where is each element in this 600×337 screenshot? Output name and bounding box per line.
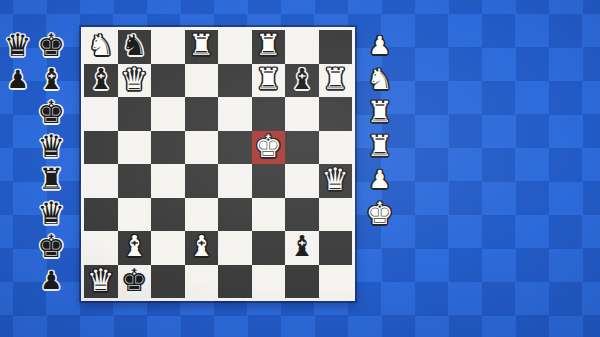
piece-white-bishop[interactable]: ♝ (188, 232, 214, 261)
captured-piece-black-queen: ♛ (4, 30, 32, 61)
square-g1[interactable] (285, 265, 319, 299)
square-e7[interactable] (218, 64, 252, 98)
square-c6[interactable] (151, 97, 185, 131)
square-g5[interactable] (285, 131, 319, 165)
square-a5[interactable] (84, 131, 118, 165)
piece-black-bishop[interactable]: ♝ (289, 65, 315, 94)
piece-white-queen[interactable]: ♛ (87, 265, 115, 296)
captured-piece-white-rook: ♜ (367, 98, 393, 127)
captured-piece-white-knight: ♞ (367, 65, 393, 94)
square-g4[interactable] (285, 164, 319, 198)
piece-black-bishop[interactable]: ♝ (88, 65, 114, 94)
square-f5[interactable]: ♚ (252, 131, 286, 165)
square-e1[interactable] (218, 265, 252, 299)
captured-piece-white-king: ♚ (366, 198, 394, 229)
captured-piece-black-pawn: ♟ (7, 67, 29, 92)
captured-piece-white-pawn: ♟ (369, 167, 391, 192)
square-a2[interactable] (84, 231, 118, 265)
piece-white-queen[interactable]: ♛ (321, 164, 349, 195)
square-d5[interactable] (185, 131, 219, 165)
captured-piece-black-king: ♚ (37, 97, 65, 128)
square-c3[interactable] (151, 198, 185, 232)
square-b2[interactable]: ♝ (118, 231, 152, 265)
square-a1[interactable]: ♛ (84, 265, 118, 299)
captured-piece-black-king: ♚ (37, 231, 65, 262)
square-c1[interactable] (151, 265, 185, 299)
square-d6[interactable] (185, 97, 219, 131)
piece-white-bishop[interactable]: ♝ (121, 232, 147, 261)
piece-white-rook[interactable]: ♜ (255, 65, 281, 94)
captured-piece-black-rook: ♜ (38, 165, 64, 194)
square-b5[interactable] (118, 131, 152, 165)
piece-black-bishop[interactable]: ♝ (289, 232, 315, 261)
square-c7[interactable] (151, 64, 185, 98)
square-e6[interactable] (218, 97, 252, 131)
square-d3[interactable] (185, 198, 219, 232)
square-b4[interactable] (118, 164, 152, 198)
square-e3[interactable] (218, 198, 252, 232)
square-h3[interactable] (319, 198, 353, 232)
captured-piece-black-queen: ♛ (37, 198, 65, 229)
square-c8[interactable] (151, 30, 185, 64)
captured-piece-black-queen: ♛ (37, 131, 65, 162)
piece-white-king[interactable]: ♚ (254, 131, 282, 162)
captured-piece-white-rook: ♜ (367, 132, 393, 161)
square-d4[interactable] (185, 164, 219, 198)
piece-white-rook[interactable]: ♜ (322, 65, 348, 94)
square-h1[interactable] (319, 265, 353, 299)
square-b1[interactable]: ♚ (118, 265, 152, 299)
square-f3[interactable] (252, 198, 286, 232)
square-h7[interactable]: ♜ (319, 64, 353, 98)
square-g2[interactable]: ♝ (285, 231, 319, 265)
captured-piece-black-pawn: ♟ (40, 268, 62, 293)
square-b6[interactable] (118, 97, 152, 131)
square-b3[interactable] (118, 198, 152, 232)
square-h5[interactable] (319, 131, 353, 165)
captured-white-pieces-tray: ♟♞♜♜♟♚ (363, 30, 397, 231)
square-d2[interactable]: ♝ (185, 231, 219, 265)
piece-white-knight[interactable]: ♞ (88, 31, 114, 60)
chess-board: ♞♞♜♜♝♛♜♝♜♚♛♝♝♝♛♚ (84, 30, 352, 298)
square-g6[interactable] (285, 97, 319, 131)
square-c4[interactable] (151, 164, 185, 198)
square-e2[interactable] (218, 231, 252, 265)
square-h2[interactable] (319, 231, 353, 265)
square-g8[interactable] (285, 30, 319, 64)
piece-white-queen[interactable]: ♛ (120, 64, 148, 95)
square-g7[interactable]: ♝ (285, 64, 319, 98)
square-c5[interactable] (151, 131, 185, 165)
square-f2[interactable] (252, 231, 286, 265)
square-a7[interactable]: ♝ (84, 64, 118, 98)
square-a3[interactable] (84, 198, 118, 232)
square-d7[interactable] (185, 64, 219, 98)
square-g3[interactable] (285, 198, 319, 232)
square-h8[interactable] (319, 30, 353, 64)
piece-white-rook[interactable]: ♜ (255, 31, 281, 60)
square-a4[interactable] (84, 164, 118, 198)
square-h6[interactable] (319, 97, 353, 131)
square-f4[interactable] (252, 164, 286, 198)
piece-white-rook[interactable]: ♜ (188, 31, 214, 60)
square-b8[interactable]: ♞ (118, 30, 152, 64)
square-e4[interactable] (218, 164, 252, 198)
board-frame: ♞♞♜♜♝♛♜♝♜♚♛♝♝♝♛♚ (81, 27, 355, 301)
square-f6[interactable] (252, 97, 286, 131)
square-a6[interactable] (84, 97, 118, 131)
square-d8[interactable]: ♜ (185, 30, 219, 64)
piece-black-knight[interactable]: ♞ (121, 31, 147, 60)
square-d1[interactable] (185, 265, 219, 299)
captured-black-pieces-tray: ♛♚♟♝♚♛♜♛♚♟ (1, 30, 68, 298)
square-a8[interactable]: ♞ (84, 30, 118, 64)
square-h4[interactable]: ♛ (319, 164, 353, 198)
square-f1[interactable] (252, 265, 286, 299)
captured-piece-black-king: ♚ (37, 30, 65, 61)
square-f8[interactable]: ♜ (252, 30, 286, 64)
square-f7[interactable]: ♜ (252, 64, 286, 98)
square-c2[interactable] (151, 231, 185, 265)
piece-black-king[interactable]: ♚ (120, 265, 148, 296)
square-e8[interactable] (218, 30, 252, 64)
square-e5[interactable] (218, 131, 252, 165)
captured-piece-black-bishop: ♝ (38, 65, 64, 94)
square-b7[interactable]: ♛ (118, 64, 152, 98)
captured-piece-white-pawn: ♟ (369, 33, 391, 58)
